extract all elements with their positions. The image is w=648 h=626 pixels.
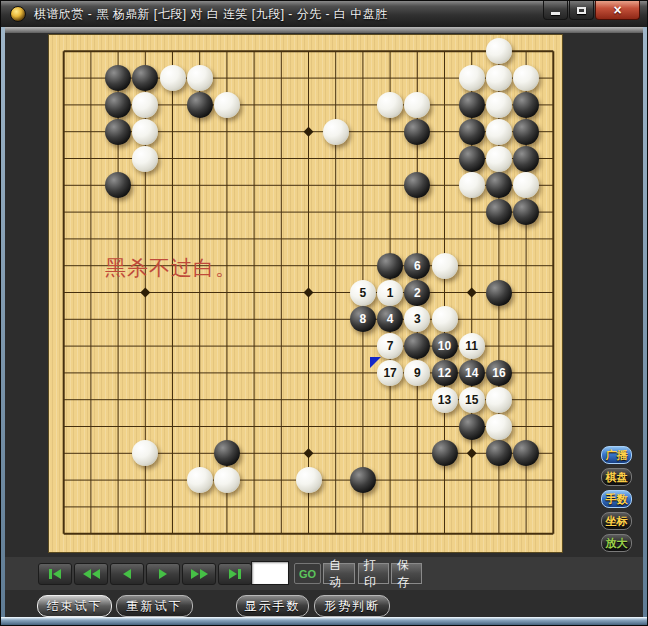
minimize-icon	[551, 12, 560, 15]
white-stone-c17-r3	[486, 92, 512, 118]
save-button[interactable]: 保存	[391, 563, 422, 584]
black-stone-c17-r7	[486, 199, 512, 225]
last-move-button[interactable]	[218, 563, 252, 585]
white-stone-c13-r10: 1	[377, 280, 403, 306]
black-stone-c15-r13: 12	[432, 360, 458, 386]
move-number-16: 16	[486, 360, 512, 386]
black-stone-c16-r3	[459, 92, 485, 118]
window-controls: ×	[542, 1, 640, 20]
white-stone-c13-r3	[377, 92, 403, 118]
close-button[interactable]: ×	[595, 1, 640, 20]
white-stone-c17-r2	[486, 65, 512, 91]
white-stone-c16-r14: 15	[459, 387, 485, 413]
white-stone-c4-r5	[132, 146, 158, 172]
white-stone-c7-r3	[214, 92, 240, 118]
auto-play-button[interactable]: 自动	[323, 563, 355, 584]
board-button[interactable]: 棋盘	[601, 468, 632, 486]
white-stone-c4-r4	[132, 119, 158, 145]
white-stone-c15-r11	[432, 306, 458, 332]
white-stone-c17-r1	[486, 38, 512, 64]
position-judgment-button[interactable]: 形势判断	[314, 595, 390, 617]
move-number-8: 8	[350, 306, 376, 332]
window-title: 棋谱欣赏 - 黑 杨鼎新 [七段] 对 白 连笑 [九段] - 分先 - 白 中…	[34, 6, 388, 23]
first-move-icon-tri	[53, 569, 61, 579]
maximize-icon	[577, 7, 586, 14]
black-stone-c6-r3	[187, 92, 213, 118]
black-stone-c18-r5	[513, 146, 539, 172]
move-number-13: 13	[432, 387, 458, 413]
black-stone-c3-r3	[105, 92, 131, 118]
app-icon	[10, 6, 26, 22]
black-stone-c3-r4	[105, 119, 131, 145]
black-stone-c18-r4	[513, 119, 539, 145]
restart-trial-button[interactable]: 重新试下	[116, 595, 193, 617]
fast-forward-icon-2	[200, 569, 208, 579]
go-button[interactable]: GO	[294, 563, 321, 584]
black-stone-c14-r10: 2	[404, 280, 430, 306]
white-stone-c17-r15	[486, 414, 512, 440]
move-number-2: 2	[404, 280, 430, 306]
move-number-input[interactable]	[251, 561, 289, 585]
white-stone-c16-r6	[459, 172, 485, 198]
step-forward-icon	[159, 569, 167, 579]
fast-backward-button[interactable]	[74, 563, 108, 585]
white-stone-c17-r5	[486, 146, 512, 172]
white-stone-c16-r12: 11	[459, 333, 485, 359]
move-number-4: 4	[377, 306, 403, 332]
frame-left-edge	[1, 27, 5, 625]
black-stone-c15-r16	[432, 440, 458, 466]
frame-bottom-edge	[1, 617, 647, 625]
step-backward-icon	[123, 569, 131, 579]
black-stone-c17-r6	[486, 172, 512, 198]
black-stone-c14-r4	[404, 119, 430, 145]
maximize-button[interactable]	[569, 1, 594, 20]
white-stone-c4-r3	[132, 92, 158, 118]
white-stone-c16-r2	[459, 65, 485, 91]
frame-top-edge	[1, 27, 647, 33]
close-icon: ×	[613, 1, 621, 19]
white-stone-c18-r2	[513, 65, 539, 91]
zoom-button[interactable]: 放大	[601, 534, 632, 552]
fast-backward-icon-2	[92, 569, 100, 579]
end-trial-button[interactable]: 结束试下	[37, 595, 112, 617]
move-number-14: 14	[459, 360, 485, 386]
go-board[interactable]: 黑杀不过白。 6512843710111791214161315	[48, 34, 563, 553]
black-stone-c16-r4	[459, 119, 485, 145]
black-stone-c18-r7	[513, 199, 539, 225]
titlebar[interactable]: 棋谱欣赏 - 黑 杨鼎新 [七段] 对 白 连笑 [九段] - 分先 - 白 中…	[1, 1, 647, 27]
black-stone-c12-r17	[350, 467, 376, 493]
black-stone-c16-r15	[459, 414, 485, 440]
move-number-15: 15	[459, 387, 485, 413]
white-stone-c15-r14: 13	[432, 387, 458, 413]
white-stone-c12-r10: 5	[350, 280, 376, 306]
step-forward-button[interactable]	[146, 563, 180, 585]
white-stone-c17-r4	[486, 119, 512, 145]
white-stone-c5-r2	[160, 65, 186, 91]
move-number-9: 9	[404, 360, 430, 386]
black-stone-c15-r12: 10	[432, 333, 458, 359]
coordinates-button[interactable]: 坐标	[601, 512, 632, 530]
fast-backward-icon	[83, 569, 91, 579]
black-stone-c13-r11: 4	[377, 306, 403, 332]
broadcast-button[interactable]: 广播	[601, 446, 632, 464]
first-move-button[interactable]	[38, 563, 72, 585]
black-stone-c12-r11: 8	[350, 306, 376, 332]
fast-forward-button[interactable]	[182, 563, 216, 585]
black-stone-c18-r3	[513, 92, 539, 118]
black-stone-c16-r5	[459, 146, 485, 172]
last-move-icon-bar	[238, 569, 241, 579]
move-number-11: 11	[459, 333, 485, 359]
current-move-marker	[370, 357, 381, 368]
minimize-button[interactable]	[543, 1, 568, 20]
move-number-10: 10	[432, 333, 458, 359]
move-number-5: 5	[350, 280, 376, 306]
move-number-1: 1	[377, 280, 403, 306]
white-stone-c14-r13: 9	[404, 360, 430, 386]
move-number-12: 12	[432, 360, 458, 386]
move-count-button[interactable]: 手数	[601, 490, 632, 508]
black-stone-c17-r16	[486, 440, 512, 466]
white-stone-c13-r12: 7	[377, 333, 403, 359]
first-move-icon	[49, 569, 52, 579]
black-stone-c3-r2	[105, 65, 131, 91]
fast-forward-icon	[191, 569, 199, 579]
last-move-icon	[229, 569, 237, 579]
step-backward-button[interactable]	[110, 563, 144, 585]
black-stone-c17-r13: 16	[486, 360, 512, 386]
black-stone-c13-r9	[377, 253, 403, 279]
white-stone-c7-r17	[214, 467, 240, 493]
white-stone-c10-r17	[296, 467, 322, 493]
black-stone-c17-r10	[486, 280, 512, 306]
white-stone-c6-r2	[187, 65, 213, 91]
white-stone-c14-r11: 3	[404, 306, 430, 332]
move-number-6: 6	[404, 253, 430, 279]
show-move-numbers-button[interactable]: 显示手数	[236, 595, 309, 617]
white-stone-c14-r3	[404, 92, 430, 118]
move-number-7: 7	[377, 333, 403, 359]
black-stone-c16-r13: 14	[459, 360, 485, 386]
move-number-3: 3	[404, 306, 430, 332]
print-button[interactable]: 打印	[358, 563, 389, 584]
white-stone-c6-r17	[187, 467, 213, 493]
app-window: 棋谱欣赏 - 黑 杨鼎新 [七段] 对 白 连笑 [九段] - 分先 - 白 中…	[0, 0, 648, 626]
frame-right-edge	[643, 27, 647, 625]
black-stone-c7-r16	[214, 440, 240, 466]
white-stone-c17-r14	[486, 387, 512, 413]
white-stone-c15-r9	[432, 253, 458, 279]
board-annotation: 黑杀不过白。	[105, 254, 237, 282]
black-stone-c14-r9: 6	[404, 253, 430, 279]
white-stone-c11-r4	[323, 119, 349, 145]
